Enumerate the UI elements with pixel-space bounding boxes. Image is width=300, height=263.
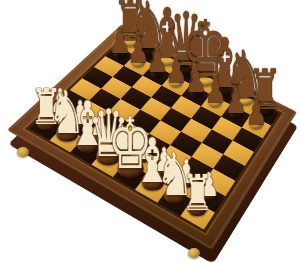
white-rook-h1[interactable]: ♜	[182, 184, 213, 216]
piece-glyph: ♟	[204, 77, 226, 105]
black-pawn-h7[interactable]: ♟	[245, 106, 267, 129]
piece-glyph: ♟	[245, 98, 267, 126]
brass-foot-front	[188, 248, 200, 258]
black-pawn-f7[interactable]: ♟	[204, 84, 226, 107]
brass-foot-left	[17, 147, 29, 157]
black-pawn-g7[interactable]: ♟	[225, 95, 247, 118]
chess-set-photo: ♜♞♝♛♚♝♞♜♟♟♟♟♟♟♟♟♟♟♟♟♟♟♟♟♜♞♝♛♚♝♞♜	[0, 0, 300, 263]
piece-glyph: ♜	[182, 173, 213, 213]
piece-glyph: ♟	[225, 87, 247, 115]
